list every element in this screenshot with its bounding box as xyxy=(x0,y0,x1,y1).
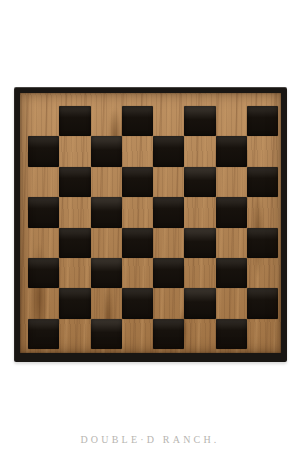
square-b3 xyxy=(59,258,90,288)
square-g8 xyxy=(216,106,247,136)
square-g6 xyxy=(216,167,247,197)
square-h1 xyxy=(247,319,278,349)
square-c2 xyxy=(91,288,122,318)
square-f1 xyxy=(184,319,215,349)
square-b4 xyxy=(59,228,90,258)
square-f3 xyxy=(184,258,215,288)
square-g3 xyxy=(216,258,247,288)
square-a3 xyxy=(28,258,59,288)
square-g7 xyxy=(216,136,247,166)
square-f4 xyxy=(184,228,215,258)
square-g2 xyxy=(216,288,247,318)
square-d3 xyxy=(122,258,153,288)
square-g4 xyxy=(216,228,247,258)
square-h8 xyxy=(247,106,278,136)
square-e1 xyxy=(153,319,184,349)
square-b2 xyxy=(59,288,90,318)
square-e7 xyxy=(153,136,184,166)
square-a2 xyxy=(28,288,59,318)
square-d2 xyxy=(122,288,153,318)
square-e8 xyxy=(153,106,184,136)
square-a4 xyxy=(28,228,59,258)
square-f2 xyxy=(184,288,215,318)
watermark-text: DOUBLE·D RANCH. xyxy=(0,434,300,446)
square-f5 xyxy=(184,197,215,227)
square-b1 xyxy=(59,319,90,349)
square-e5 xyxy=(153,197,184,227)
square-c6 xyxy=(91,167,122,197)
square-c7 xyxy=(91,136,122,166)
square-e3 xyxy=(153,258,184,288)
square-h4 xyxy=(247,228,278,258)
square-b7 xyxy=(59,136,90,166)
square-a5 xyxy=(28,197,59,227)
square-a1 xyxy=(28,319,59,349)
square-c1 xyxy=(91,319,122,349)
square-b8 xyxy=(59,106,90,136)
square-e4 xyxy=(153,228,184,258)
square-d1 xyxy=(122,319,153,349)
square-h6 xyxy=(247,167,278,197)
square-c3 xyxy=(91,258,122,288)
square-e2 xyxy=(153,288,184,318)
square-a7 xyxy=(28,136,59,166)
square-h2 xyxy=(247,288,278,318)
square-h3 xyxy=(247,258,278,288)
square-c5 xyxy=(91,197,122,227)
square-h5 xyxy=(247,197,278,227)
square-d6 xyxy=(122,167,153,197)
square-b5 xyxy=(59,197,90,227)
checkers-board xyxy=(14,87,287,362)
square-b6 xyxy=(59,167,90,197)
square-d5 xyxy=(122,197,153,227)
square-a6 xyxy=(28,167,59,197)
board-grid xyxy=(28,106,278,349)
square-g5 xyxy=(216,197,247,227)
square-d7 xyxy=(122,136,153,166)
square-f6 xyxy=(184,167,215,197)
square-e6 xyxy=(153,167,184,197)
square-c4 xyxy=(91,228,122,258)
square-a8 xyxy=(28,106,59,136)
square-f8 xyxy=(184,106,215,136)
square-h7 xyxy=(247,136,278,166)
square-d8 xyxy=(122,106,153,136)
square-d4 xyxy=(122,228,153,258)
board-panel xyxy=(20,93,281,353)
square-f7 xyxy=(184,136,215,166)
square-g1 xyxy=(216,319,247,349)
square-c8 xyxy=(91,106,122,136)
